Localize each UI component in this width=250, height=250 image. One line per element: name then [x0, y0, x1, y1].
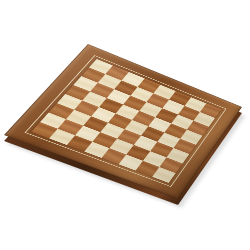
chess-board: [4, 44, 242, 199]
product-photo: [0, 0, 250, 250]
playing-field: [31, 59, 221, 183]
